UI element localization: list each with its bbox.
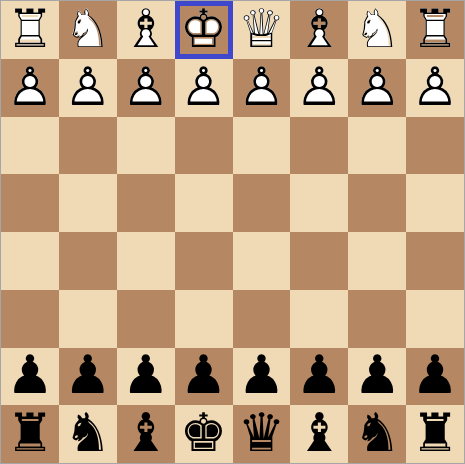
white-pawn-piece[interactable]: ♟♙ <box>348 59 406 117</box>
piece-outline: ♙ <box>117 59 175 117</box>
piece-outline: ♖ <box>1 1 59 59</box>
white-rook-piece[interactable]: ♜♖ <box>406 1 464 59</box>
white-knight-piece[interactable]: ♞♘ <box>59 1 117 59</box>
square-c7[interactable]: ♟ <box>290 348 348 406</box>
square-h7[interactable]: ♟ <box>1 348 59 406</box>
piece-outline: ♗ <box>117 1 175 59</box>
black-knight-piece[interactable]: ♞ <box>348 405 406 463</box>
square-f8[interactable]: ♝ <box>117 405 175 463</box>
square-c1[interactable]: ♝♗ <box>290 1 348 59</box>
square-g3[interactable] <box>59 117 117 175</box>
square-g7[interactable]: ♟ <box>59 348 117 406</box>
square-h3[interactable] <box>1 117 59 175</box>
square-f6[interactable] <box>117 290 175 348</box>
square-e6[interactable] <box>175 290 233 348</box>
square-c6[interactable] <box>290 290 348 348</box>
white-pawn-piece[interactable]: ♟♙ <box>1 59 59 117</box>
piece-outline: ♘ <box>348 1 406 59</box>
square-g8[interactable]: ♞ <box>59 405 117 463</box>
chess-board: ♜♖♞♘♝♗♚♔♛♕♝♗♞♘♜♖♟♙♟♙♟♙♟♙♟♙♟♙♟♙♟♙♟♟♟♟♟♟♟♟… <box>0 0 465 464</box>
square-f4[interactable] <box>117 174 175 232</box>
square-d2[interactable]: ♟♙ <box>233 59 291 117</box>
square-g2[interactable]: ♟♙ <box>59 59 117 117</box>
piece-outline: ♙ <box>348 59 406 117</box>
square-c2[interactable]: ♟♙ <box>290 59 348 117</box>
piece-outline: ♙ <box>1 59 59 117</box>
white-pawn-piece[interactable]: ♟♙ <box>59 59 117 117</box>
square-e1[interactable]: ♚♔ <box>175 1 233 59</box>
piece-outline: ♙ <box>290 59 348 117</box>
black-knight-piece[interactable]: ♞ <box>59 405 117 463</box>
square-h2[interactable]: ♟♙ <box>1 59 59 117</box>
square-g6[interactable] <box>59 290 117 348</box>
piece-outline: ♙ <box>233 59 291 117</box>
piece-outline: ♔ <box>175 1 233 59</box>
black-bishop-piece[interactable]: ♝ <box>290 405 348 463</box>
square-d1[interactable]: ♛♕ <box>233 1 291 59</box>
square-f3[interactable] <box>117 117 175 175</box>
square-c3[interactable] <box>290 117 348 175</box>
square-c4[interactable] <box>290 174 348 232</box>
square-a1[interactable]: ♜♖ <box>406 1 464 59</box>
square-f2[interactable]: ♟♙ <box>117 59 175 117</box>
square-a6[interactable] <box>406 290 464 348</box>
square-g1[interactable]: ♞♘ <box>59 1 117 59</box>
square-a2[interactable]: ♟♙ <box>406 59 464 117</box>
square-h4[interactable] <box>1 174 59 232</box>
white-pawn-piece[interactable]: ♟♙ <box>175 59 233 117</box>
white-rook-piece[interactable]: ♜♖ <box>1 1 59 59</box>
square-d7[interactable]: ♟ <box>233 348 291 406</box>
black-rook-piece[interactable]: ♜ <box>1 405 59 463</box>
white-pawn-piece[interactable]: ♟♙ <box>406 59 464 117</box>
square-b3[interactable] <box>348 117 406 175</box>
square-d3[interactable] <box>233 117 291 175</box>
white-bishop-piece[interactable]: ♝♗ <box>117 1 175 59</box>
square-e4[interactable] <box>175 174 233 232</box>
square-h6[interactable] <box>1 290 59 348</box>
square-e3[interactable] <box>175 117 233 175</box>
square-a4[interactable] <box>406 174 464 232</box>
square-c8[interactable]: ♝ <box>290 405 348 463</box>
square-e2[interactable]: ♟♙ <box>175 59 233 117</box>
square-d8[interactable]: ♛ <box>233 405 291 463</box>
square-b8[interactable]: ♞ <box>348 405 406 463</box>
square-a3[interactable] <box>406 117 464 175</box>
black-pawn-piece[interactable]: ♟ <box>117 348 175 406</box>
piece-outline: ♗ <box>290 1 348 59</box>
white-bishop-piece[interactable]: ♝♗ <box>290 1 348 59</box>
square-c5[interactable] <box>290 232 348 290</box>
square-b6[interactable] <box>348 290 406 348</box>
square-b2[interactable]: ♟♙ <box>348 59 406 117</box>
black-bishop-piece[interactable]: ♝ <box>117 405 175 463</box>
square-d5[interactable] <box>233 232 291 290</box>
square-h5[interactable] <box>1 232 59 290</box>
black-pawn-piece[interactable]: ♟ <box>233 348 291 406</box>
square-d6[interactable] <box>233 290 291 348</box>
black-pawn-piece[interactable]: ♟ <box>406 348 464 406</box>
square-h1[interactable]: ♜♖ <box>1 1 59 59</box>
black-pawn-piece[interactable]: ♟ <box>59 348 117 406</box>
white-queen-piece[interactable]: ♛♕ <box>233 1 291 59</box>
black-pawn-piece[interactable]: ♟ <box>1 348 59 406</box>
piece-outline: ♘ <box>59 1 117 59</box>
white-pawn-piece[interactable]: ♟♙ <box>233 59 291 117</box>
square-b7[interactable]: ♟ <box>348 348 406 406</box>
white-pawn-piece[interactable]: ♟♙ <box>117 59 175 117</box>
square-g5[interactable] <box>59 232 117 290</box>
black-pawn-piece[interactable]: ♟ <box>290 348 348 406</box>
square-f1[interactable]: ♝♗ <box>117 1 175 59</box>
piece-outline: ♙ <box>59 59 117 117</box>
square-e8[interactable]: ♚ <box>175 405 233 463</box>
square-d4[interactable] <box>233 174 291 232</box>
square-e5[interactable] <box>175 232 233 290</box>
square-g4[interactable] <box>59 174 117 232</box>
black-rook-piece[interactable]: ♜ <box>406 405 464 463</box>
square-a7[interactable]: ♟ <box>406 348 464 406</box>
square-a5[interactable] <box>406 232 464 290</box>
square-b1[interactable]: ♞♘ <box>348 1 406 59</box>
square-a8[interactable]: ♜ <box>406 405 464 463</box>
black-queen-piece[interactable]: ♛ <box>233 405 291 463</box>
white-king-piece[interactable]: ♚♔ <box>175 1 233 59</box>
black-pawn-piece[interactable]: ♟ <box>348 348 406 406</box>
square-b4[interactable] <box>348 174 406 232</box>
square-h8[interactable]: ♜ <box>1 405 59 463</box>
square-f5[interactable] <box>117 232 175 290</box>
piece-outline: ♕ <box>233 1 291 59</box>
piece-outline: ♙ <box>406 59 464 117</box>
piece-outline: ♙ <box>175 59 233 117</box>
square-f7[interactable]: ♟ <box>117 348 175 406</box>
piece-outline: ♖ <box>406 1 464 59</box>
white-knight-piece[interactable]: ♞♘ <box>348 1 406 59</box>
black-pawn-piece[interactable]: ♟ <box>175 348 233 406</box>
black-king-piece[interactable]: ♚ <box>175 405 233 463</box>
square-e7[interactable]: ♟ <box>175 348 233 406</box>
white-pawn-piece[interactable]: ♟♙ <box>290 59 348 117</box>
square-b5[interactable] <box>348 232 406 290</box>
